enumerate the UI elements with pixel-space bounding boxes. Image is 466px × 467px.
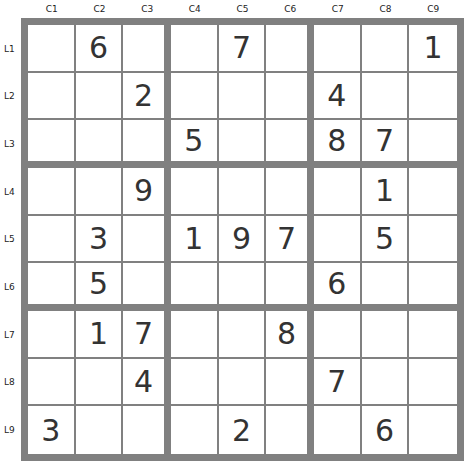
cell-L3C2[interactable] (76, 120, 124, 168)
cell-L8C7[interactable]: 7 (314, 359, 362, 407)
cell-L8C6[interactable] (266, 359, 314, 407)
cell-L1C4[interactable] (171, 25, 219, 73)
cell-L8C2[interactable] (76, 359, 124, 407)
cell-L3C8[interactable]: 7 (362, 120, 410, 168)
cell-L1C7[interactable] (314, 25, 362, 73)
cell-L8C3[interactable]: 4 (123, 359, 171, 407)
cell-L6C6[interactable] (266, 263, 314, 311)
cell-L6C3[interactable] (123, 263, 171, 311)
cell-L7C1[interactable] (28, 311, 76, 359)
cell-L7C5[interactable] (219, 311, 267, 359)
cell-L5C1[interactable] (28, 216, 76, 264)
corner-spacer (1, 1, 21, 18)
col-label-C1: C1 (28, 2, 76, 17)
cell-L8C1[interactable] (28, 359, 76, 407)
col-label-C9: C9 (409, 2, 457, 17)
cell-L5C6[interactable]: 7 (266, 216, 314, 264)
cell-L3C4[interactable]: 5 (171, 120, 219, 168)
cell-L2C9[interactable] (409, 73, 457, 121)
row-label-L7: L7 (1, 330, 21, 340)
col-label-C7: C7 (314, 2, 362, 17)
cell-L9C8[interactable]: 6 (362, 406, 410, 454)
cell-L6C7[interactable]: 6 (314, 263, 362, 311)
cell-L9C2[interactable] (76, 406, 124, 454)
cell-L9C4[interactable] (171, 406, 219, 454)
cell-L3C3[interactable] (123, 120, 171, 168)
cell-L9C6[interactable] (266, 406, 314, 454)
cell-L4C6[interactable] (266, 168, 314, 216)
cell-L1C1[interactable] (28, 25, 76, 73)
column-labels: C1C2C3C4C5C6C7C8C9 (21, 1, 464, 18)
row-label-L5: L5 (1, 234, 21, 244)
cell-L6C2[interactable]: 5 (76, 263, 124, 311)
cell-L1C5[interactable]: 7 (219, 25, 267, 73)
col-label-C6: C6 (266, 2, 314, 17)
cell-L9C5[interactable]: 2 (219, 406, 267, 454)
col-label-C2: C2 (76, 2, 124, 17)
cell-L4C3[interactable]: 9 (123, 168, 171, 216)
cell-L4C2[interactable] (76, 168, 124, 216)
cell-L9C9[interactable] (409, 406, 457, 454)
row-label-L9: L9 (1, 425, 21, 435)
cell-L8C9[interactable] (409, 359, 457, 407)
cell-L2C1[interactable] (28, 73, 76, 121)
cell-L5C5[interactable]: 9 (219, 216, 267, 264)
cell-L9C1[interactable]: 3 (28, 406, 76, 454)
col-label-C3: C3 (123, 2, 171, 17)
cell-L5C9[interactable] (409, 216, 457, 264)
cell-L2C2[interactable] (76, 73, 124, 121)
sudoku-widget: C1C2C3C4C5C6C7C8C9 L1L2L3L4L5L6L7L8L9 67… (0, 0, 466, 461)
cell-L3C9[interactable] (409, 120, 457, 168)
cell-L3C6[interactable] (266, 120, 314, 168)
cell-L6C9[interactable] (409, 263, 457, 311)
cell-L2C7[interactable]: 4 (314, 73, 362, 121)
cell-L8C4[interactable] (171, 359, 219, 407)
cell-L4C8[interactable]: 1 (362, 168, 410, 216)
cell-L2C3[interactable]: 2 (123, 73, 171, 121)
cell-L5C7[interactable] (314, 216, 362, 264)
cell-L7C4[interactable] (171, 311, 219, 359)
sudoku-board: 6712458791319755617847326 (21, 18, 464, 461)
cell-L7C8[interactable] (362, 311, 410, 359)
cell-L5C4[interactable]: 1 (171, 216, 219, 264)
cell-L4C1[interactable] (28, 168, 76, 216)
cell-L7C9[interactable] (409, 311, 457, 359)
cell-L6C5[interactable] (219, 263, 267, 311)
cell-L5C2[interactable]: 3 (76, 216, 124, 264)
cell-L8C8[interactable] (362, 359, 410, 407)
cell-L4C4[interactable] (171, 168, 219, 216)
cell-L1C6[interactable] (266, 25, 314, 73)
cell-L1C8[interactable] (362, 25, 410, 73)
cell-L5C8[interactable]: 5 (362, 216, 410, 264)
cell-L5C3[interactable] (123, 216, 171, 264)
col-label-C4: C4 (171, 2, 219, 17)
cell-L7C7[interactable] (314, 311, 362, 359)
cell-L6C1[interactable] (28, 263, 76, 311)
row-label-L6: L6 (1, 282, 21, 292)
cell-L9C3[interactable] (123, 406, 171, 454)
row-labels: L1L2L3L4L5L6L7L8L9 (1, 18, 21, 461)
col-label-C5: C5 (219, 2, 267, 17)
cell-L8C5[interactable] (219, 359, 267, 407)
cell-L9C7[interactable] (314, 406, 362, 454)
cell-L6C4[interactable] (171, 263, 219, 311)
col-label-C8: C8 (362, 2, 410, 17)
cell-L1C3[interactable] (123, 25, 171, 73)
cell-L2C4[interactable] (171, 73, 219, 121)
cell-L2C8[interactable] (362, 73, 410, 121)
row-label-L1: L1 (1, 44, 21, 54)
cell-L1C9[interactable]: 1 (409, 25, 457, 73)
cell-L4C5[interactable] (219, 168, 267, 216)
cell-L3C5[interactable] (219, 120, 267, 168)
cell-L2C6[interactable] (266, 73, 314, 121)
cell-L7C2[interactable]: 1 (76, 311, 124, 359)
row-label-L8: L8 (1, 377, 21, 387)
row-label-L4: L4 (1, 187, 21, 197)
cell-L3C1[interactable] (28, 120, 76, 168)
cell-L7C3[interactable]: 7 (123, 311, 171, 359)
cell-L2C5[interactable] (219, 73, 267, 121)
cell-L3C7[interactable]: 8 (314, 120, 362, 168)
row-label-L2: L2 (1, 91, 21, 101)
cell-L6C8[interactable] (362, 263, 410, 311)
cell-L7C6[interactable]: 8 (266, 311, 314, 359)
row-label-L3: L3 (1, 139, 21, 149)
cell-L4C9[interactable] (409, 168, 457, 216)
cell-L1C2[interactable]: 6 (76, 25, 124, 73)
cell-L4C7[interactable] (314, 168, 362, 216)
